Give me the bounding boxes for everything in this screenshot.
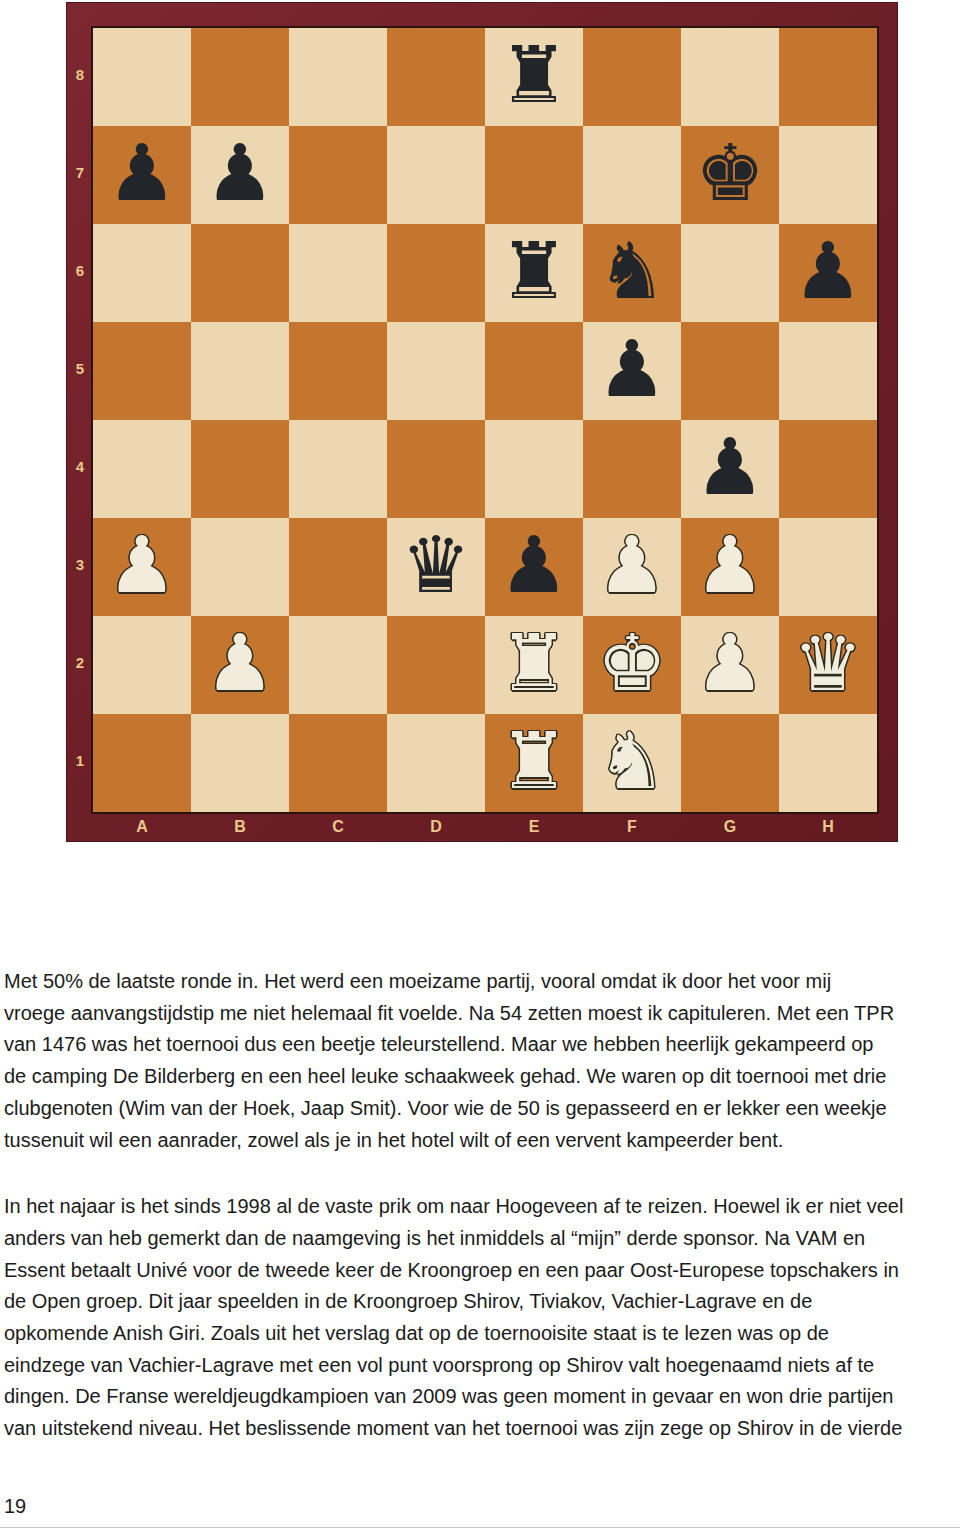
text-line: vroege aanvangstijdstip me niet helemaal… — [4, 998, 958, 1030]
square-a7: ♟ — [93, 126, 191, 224]
square-e4 — [485, 420, 583, 518]
piece-white-pawn: ♟ — [205, 614, 275, 712]
square-d7 — [387, 126, 485, 224]
piece-black-pawn: ♟ — [597, 320, 667, 418]
square-g2: ♟ — [681, 616, 779, 714]
chess-board: 87654321 ABCDEFGH ♜♟♟♚♜♞♟♟♟♟♛♟♟♟♟♜♚♟♛♜♞ — [66, 2, 898, 842]
rank-label-8: 8 — [67, 26, 93, 124]
square-c3 — [289, 518, 387, 616]
square-d5 — [387, 322, 485, 420]
piece-black-rook: ♜ — [499, 222, 569, 320]
square-e2: ♜ — [485, 616, 583, 714]
square-a4 — [93, 420, 191, 518]
piece-white-pawn: ♟ — [695, 614, 765, 712]
square-h7 — [779, 126, 877, 224]
piece-black-queen: ♛ — [401, 516, 471, 614]
square-g6 — [681, 224, 779, 322]
piece-black-rook: ♜ — [499, 26, 569, 124]
rank-label-4: 4 — [67, 418, 93, 516]
square-d8 — [387, 28, 485, 126]
square-a3: ♟ — [93, 518, 191, 616]
square-d4 — [387, 420, 485, 518]
square-a6 — [93, 224, 191, 322]
text-line: de camping De Bilderberg en een heel leu… — [4, 1061, 958, 1093]
square-g3: ♟ — [681, 518, 779, 616]
square-e5 — [485, 322, 583, 420]
square-h4 — [779, 420, 877, 518]
rank-label-2: 2 — [67, 614, 93, 712]
page-bottom-rule — [0, 1527, 960, 1528]
piece-white-knight: ♞ — [597, 712, 667, 810]
rank-label-6: 6 — [67, 222, 93, 320]
text-line: tussenuit wil een aanrader, zowel als je… — [4, 1125, 958, 1157]
square-f8 — [583, 28, 681, 126]
file-label-c: C — [289, 814, 387, 842]
file-label-b: B — [191, 814, 289, 842]
file-label-e: E — [485, 814, 583, 842]
file-label-d: D — [387, 814, 485, 842]
square-b5 — [191, 322, 289, 420]
piece-white-queen: ♛ — [793, 614, 863, 712]
article-text: Met 50% de laatste ronde in. Het werd ee… — [4, 966, 958, 1445]
paragraph-1: Met 50% de laatste ronde in. Het werd ee… — [4, 966, 958, 1156]
text-line: dingen. De Franse wereldjeugdkampioen va… — [4, 1381, 958, 1413]
text-line: Met 50% de laatste ronde in. Het werd ee… — [4, 966, 958, 998]
piece-black-pawn: ♟ — [793, 222, 863, 320]
page-number: 19 — [4, 1494, 26, 1518]
square-h2: ♛ — [779, 616, 877, 714]
piece-black-king: ♚ — [695, 124, 765, 222]
square-h1 — [779, 714, 877, 812]
text-line: van uitstekend niveau. Het beslissende m… — [4, 1413, 958, 1445]
square-g7: ♚ — [681, 126, 779, 224]
square-d1 — [387, 714, 485, 812]
file-label-a: A — [93, 814, 191, 842]
square-h5 — [779, 322, 877, 420]
text-line: eindzege van Vachier-Lagrave met een vol… — [4, 1350, 958, 1382]
square-a1 — [93, 714, 191, 812]
paragraph-2: In het najaar is het sinds 1998 al de va… — [4, 1191, 958, 1445]
square-d2 — [387, 616, 485, 714]
rank-label-3: 3 — [67, 516, 93, 614]
rank-label-7: 7 — [67, 124, 93, 222]
square-g1 — [681, 714, 779, 812]
piece-black-knight: ♞ — [597, 222, 667, 320]
square-e3: ♟ — [485, 518, 583, 616]
text-line: Essent betaalt Univé voor de tweede keer… — [4, 1255, 958, 1287]
piece-black-pawn: ♟ — [205, 124, 275, 222]
square-a2 — [93, 616, 191, 714]
square-d6 — [387, 224, 485, 322]
square-c2 — [289, 616, 387, 714]
square-c8 — [289, 28, 387, 126]
piece-white-pawn: ♟ — [107, 516, 177, 614]
piece-black-pawn: ♟ — [107, 124, 177, 222]
file-label-h: H — [779, 814, 877, 842]
text-line: opkomende Anish Giri. Zoals uit het vers… — [4, 1318, 958, 1350]
square-e6: ♜ — [485, 224, 583, 322]
text-line: clubgenoten (Wim van der Hoek, Jaap Smit… — [4, 1093, 958, 1125]
square-b3 — [191, 518, 289, 616]
square-c5 — [289, 322, 387, 420]
square-b4 — [191, 420, 289, 518]
square-a5 — [93, 322, 191, 420]
square-h8 — [779, 28, 877, 126]
square-g4: ♟ — [681, 420, 779, 518]
square-h3 — [779, 518, 877, 616]
square-b7: ♟ — [191, 126, 289, 224]
piece-white-rook: ♜ — [499, 712, 569, 810]
square-g5 — [681, 322, 779, 420]
rank-label-1: 1 — [67, 712, 93, 810]
piece-black-pawn: ♟ — [695, 418, 765, 516]
square-e7 — [485, 126, 583, 224]
square-c1 — [289, 714, 387, 812]
piece-white-king: ♚ — [597, 614, 667, 712]
board-squares: ♜♟♟♚♜♞♟♟♟♟♛♟♟♟♟♜♚♟♛♜♞ — [91, 26, 879, 814]
text-line: van 1476 was het toernooi dus een beetje… — [4, 1029, 958, 1061]
square-f6: ♞ — [583, 224, 681, 322]
square-c6 — [289, 224, 387, 322]
piece-white-rook: ♜ — [499, 614, 569, 712]
square-f2: ♚ — [583, 616, 681, 714]
file-label-g: G — [681, 814, 779, 842]
square-f3: ♟ — [583, 518, 681, 616]
file-label-f: F — [583, 814, 681, 842]
square-b1 — [191, 714, 289, 812]
square-g8 — [681, 28, 779, 126]
square-c4 — [289, 420, 387, 518]
square-a8 — [93, 28, 191, 126]
piece-white-pawn: ♟ — [597, 516, 667, 614]
piece-black-pawn: ♟ — [499, 516, 569, 614]
square-e8: ♜ — [485, 28, 583, 126]
square-f4 — [583, 420, 681, 518]
piece-white-pawn: ♟ — [695, 516, 765, 614]
square-b2: ♟ — [191, 616, 289, 714]
square-f1: ♞ — [583, 714, 681, 812]
square-h6: ♟ — [779, 224, 877, 322]
square-e1: ♜ — [485, 714, 583, 812]
square-f5: ♟ — [583, 322, 681, 420]
text-line: de Open groep. Dit jaar speelden in de K… — [4, 1286, 958, 1318]
text-line: anders van heb gemerkt dan de naamgeving… — [4, 1223, 958, 1255]
square-d3: ♛ — [387, 518, 485, 616]
rank-label-5: 5 — [67, 320, 93, 418]
text-line: In het najaar is het sinds 1998 al de va… — [4, 1191, 958, 1223]
square-c7 — [289, 126, 387, 224]
square-f7 — [583, 126, 681, 224]
square-b8 — [191, 28, 289, 126]
square-b6 — [191, 224, 289, 322]
